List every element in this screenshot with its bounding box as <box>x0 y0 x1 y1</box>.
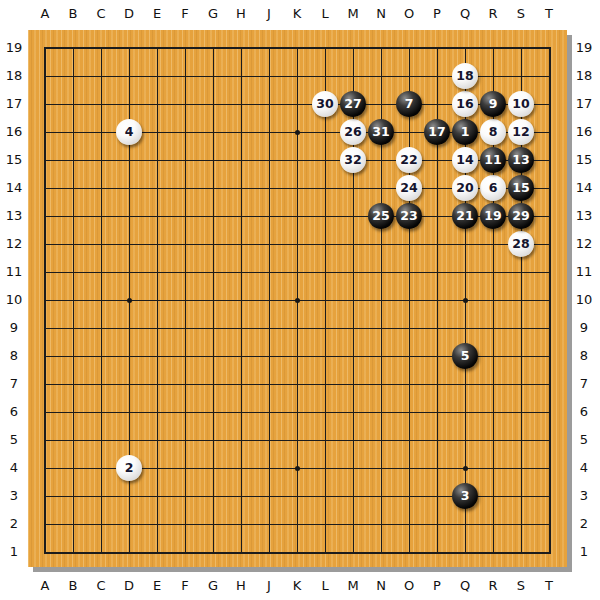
star-point-q10 <box>463 298 468 303</box>
star-point-k16 <box>295 130 300 135</box>
row-label-12: 12 <box>571 230 597 258</box>
stone-white-s12-move-28: 28 <box>508 231 534 257</box>
star-point-k10 <box>295 298 300 303</box>
row-label-8: 8 <box>1 342 27 370</box>
stone-black-r17-move-9: 9 <box>480 91 506 117</box>
row-label-7: 7 <box>1 370 27 398</box>
row-label-5: 5 <box>571 426 597 454</box>
stone-black-m17-move-27: 27 <box>340 91 366 117</box>
col-label-f: F <box>171 577 199 595</box>
row-label-15: 15 <box>1 146 27 174</box>
stone-white-q17-move-16: 16 <box>452 91 478 117</box>
stone-white-m16-move-26: 26 <box>340 119 366 145</box>
stone-white-r14-move-6: 6 <box>480 175 506 201</box>
stone-black-q16-move-1: 1 <box>452 119 478 145</box>
stone-white-r16-move-8: 8 <box>480 119 506 145</box>
col-label-m: M <box>339 577 367 595</box>
stone-black-s13-move-29: 29 <box>508 203 534 229</box>
col-label-n: N <box>367 5 395 23</box>
row-label-17: 17 <box>1 90 27 118</box>
stone-white-o14-move-24: 24 <box>396 175 422 201</box>
row-label-11: 11 <box>571 258 597 286</box>
stone-black-p16-move-17: 17 <box>424 119 450 145</box>
row-label-4: 4 <box>571 454 597 482</box>
row-label-6: 6 <box>571 398 597 426</box>
col-label-l: L <box>311 5 339 23</box>
row-label-11: 11 <box>1 258 27 286</box>
col-label-r: R <box>479 577 507 595</box>
col-label-g: G <box>199 577 227 595</box>
col-label-n: N <box>367 577 395 595</box>
col-label-r: R <box>479 5 507 23</box>
row-label-16: 16 <box>571 118 597 146</box>
col-label-q: Q <box>451 5 479 23</box>
col-label-s: S <box>507 577 535 595</box>
stone-black-r13-move-19: 19 <box>480 203 506 229</box>
col-label-t: T <box>535 5 563 23</box>
stone-black-s14-move-15: 15 <box>508 175 534 201</box>
stone-layer: 1234567891011121314151617181920212223242… <box>31 34 563 566</box>
row-labels-left: 19181716151413121110987654321 <box>1 34 27 566</box>
col-label-o: O <box>395 577 423 595</box>
stone-black-r15-move-11: 11 <box>480 147 506 173</box>
col-label-h: H <box>227 577 255 595</box>
row-label-7: 7 <box>571 370 597 398</box>
col-label-k: K <box>283 577 311 595</box>
col-label-s: S <box>507 5 535 23</box>
row-label-10: 10 <box>1 286 27 314</box>
col-label-d: D <box>115 577 143 595</box>
stone-black-q8-move-5: 5 <box>452 343 478 369</box>
star-point-q4 <box>463 466 468 471</box>
row-label-3: 3 <box>1 482 27 510</box>
row-label-13: 13 <box>571 202 597 230</box>
col-label-p: P <box>423 577 451 595</box>
row-label-8: 8 <box>571 342 597 370</box>
stone-white-m15-move-32: 32 <box>340 147 366 173</box>
row-label-2: 2 <box>571 510 597 538</box>
row-label-19: 19 <box>571 34 597 62</box>
col-label-a: A <box>31 5 59 23</box>
col-label-m: M <box>339 5 367 23</box>
stone-white-q15-move-14: 14 <box>452 147 478 173</box>
stone-white-l17-move-30: 30 <box>312 91 338 117</box>
col-label-j: J <box>255 577 283 595</box>
stone-white-q18-move-18: 18 <box>452 63 478 89</box>
row-label-13: 13 <box>1 202 27 230</box>
row-label-16: 16 <box>1 118 27 146</box>
row-label-10: 10 <box>571 286 597 314</box>
go-board-screenshot: ABCDEFGHJKLMNOPQRST 19181716151413121110… <box>0 0 600 600</box>
stone-black-o17-move-7: 7 <box>396 91 422 117</box>
stone-white-s17-move-10: 10 <box>508 91 534 117</box>
col-label-l: L <box>311 577 339 595</box>
row-label-9: 9 <box>1 314 27 342</box>
row-label-17: 17 <box>571 90 597 118</box>
col-label-e: E <box>143 5 171 23</box>
row-label-3: 3 <box>571 482 597 510</box>
row-label-14: 14 <box>1 174 27 202</box>
col-label-t: T <box>535 577 563 595</box>
col-label-k: K <box>283 5 311 23</box>
col-label-d: D <box>115 5 143 23</box>
col-label-b: B <box>59 5 87 23</box>
column-labels-bottom: ABCDEFGHJKLMNOPQRST <box>31 577 563 595</box>
col-label-a: A <box>31 577 59 595</box>
row-labels-right: 19181716151413121110987654321 <box>571 34 597 566</box>
stone-white-d16-move-4: 4 <box>116 119 142 145</box>
col-label-j: J <box>255 5 283 23</box>
row-label-15: 15 <box>571 146 597 174</box>
stone-black-o13-move-23: 23 <box>396 203 422 229</box>
column-labels-top: ABCDEFGHJKLMNOPQRST <box>31 5 563 23</box>
row-label-4: 4 <box>1 454 27 482</box>
stone-white-o15-move-22: 22 <box>396 147 422 173</box>
col-label-h: H <box>227 5 255 23</box>
row-label-18: 18 <box>571 62 597 90</box>
star-point-k4 <box>295 466 300 471</box>
stone-white-s16-move-12: 12 <box>508 119 534 145</box>
row-label-6: 6 <box>1 398 27 426</box>
star-point-d10 <box>127 298 132 303</box>
row-label-9: 9 <box>571 314 597 342</box>
col-label-p: P <box>423 5 451 23</box>
col-label-o: O <box>395 5 423 23</box>
stone-black-n16-move-31: 31 <box>368 119 394 145</box>
row-label-1: 1 <box>571 538 597 566</box>
stone-black-q3-move-3: 3 <box>452 483 478 509</box>
col-label-q: Q <box>451 577 479 595</box>
row-label-18: 18 <box>1 62 27 90</box>
stone-white-q14-move-20: 20 <box>452 175 478 201</box>
row-label-12: 12 <box>1 230 27 258</box>
stone-black-q13-move-21: 21 <box>452 203 478 229</box>
row-label-14: 14 <box>571 174 597 202</box>
col-label-b: B <box>59 577 87 595</box>
col-label-c: C <box>87 577 115 595</box>
row-label-2: 2 <box>1 510 27 538</box>
go-board[interactable]: 1234567891011121314151617181920212223242… <box>28 30 567 567</box>
stone-white-d4-move-2: 2 <box>116 455 142 481</box>
col-label-c: C <box>87 5 115 23</box>
row-label-19: 19 <box>1 34 27 62</box>
col-label-f: F <box>171 5 199 23</box>
row-label-5: 5 <box>1 426 27 454</box>
col-label-e: E <box>143 577 171 595</box>
stone-black-s15-move-13: 13 <box>508 147 534 173</box>
stone-black-n13-move-25: 25 <box>368 203 394 229</box>
col-label-g: G <box>199 5 227 23</box>
row-label-1: 1 <box>1 538 27 566</box>
